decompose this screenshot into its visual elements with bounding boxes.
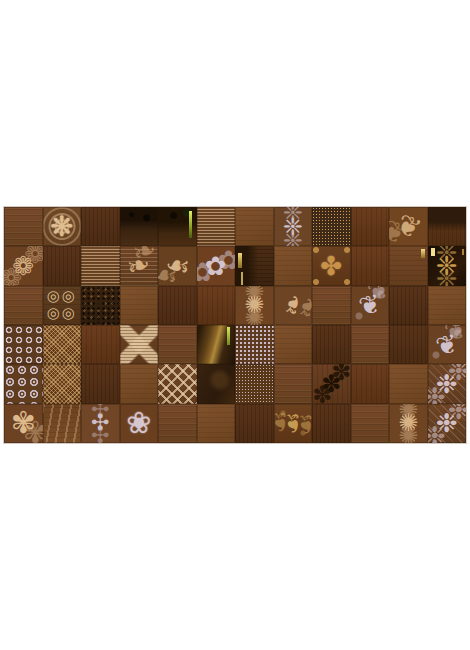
patch-cell-lilac-fine-dot-weave [235, 364, 274, 403]
patch-cell-lilac-vine-swirl: ❦ [351, 286, 390, 325]
lilac-vine-swirl-motif-icon: ❦ [356, 290, 383, 321]
patchwork-tile: ❋❈❦❁❧☙✿✤❈◎◎◎◎✺❧❦❦✽❉✾✣❀☙✺❉ [4, 207, 466, 443]
patch-cell-plain-wood-dark [158, 286, 197, 325]
patch-cell-beige-damask-large: ✾ [4, 404, 43, 443]
patch-cell-plain-wood-dark [312, 404, 351, 443]
patch-cell-gold-scroll-paisley: ☙ [274, 404, 313, 443]
patch-cell-plain-wood-light [274, 325, 313, 364]
patch-cell-plain-wood-medium [158, 325, 197, 364]
patch-cell-plain-wood-red [81, 325, 120, 364]
patch-cell-gold-clover-motif: ✤ [312, 246, 351, 285]
patch-cell-beige-pinstripe [81, 246, 120, 285]
patch-cell-plain-wood-medium [351, 325, 390, 364]
patch-cell-gold-damask-on-black: ❈ [428, 246, 467, 285]
patch-cell-wood-dark-top [428, 207, 467, 246]
lilac-flourish-damask-motif-icon: ❉ [436, 371, 458, 397]
dark-floral-branch-motif-icon: ✽ [321, 372, 341, 396]
patch-cell-beige-damask-rose: ❁ [4, 246, 43, 285]
patch-cell-dark-floral-branch: ✽ [312, 364, 351, 403]
patch-cell-antique-dark-mottled [120, 207, 159, 246]
patch-cell-beige-lace-diamond [158, 364, 197, 403]
lilac-vine-swirl-motif-icon: ❦ [433, 329, 460, 360]
patch-cell-lilac-damask-small: ✣ [81, 404, 120, 443]
patch-cell-lilac-damask-bold: ✿ [197, 246, 236, 285]
lilac-damask-large-motif-icon: ❀ [126, 408, 151, 438]
patch-cell-plain-wood-light [428, 286, 467, 325]
patch-cell-gold-dot-grid [312, 207, 351, 246]
patch-cell-beige-acanthus-flourish: ❧ [274, 286, 313, 325]
patch-cell-plain-wood-medium [274, 364, 313, 403]
beige-vine-swirl-motif-icon: ❦ [392, 209, 425, 244]
patch-cell-beige-damask-medallion: ✺ [235, 286, 274, 325]
patch-cell-dark-speckled-cork [81, 286, 120, 325]
patch-cell-plain-wood-dark [312, 325, 351, 364]
patch-cell-wood-distressed [43, 404, 82, 443]
patch-cell-antique-dark-gold-edge [235, 246, 274, 285]
patch-cell-plain-wood-dark [81, 364, 120, 403]
patch-cell-plain-wood-medium [351, 404, 390, 443]
patch-cell-lilac-spiral-rings [4, 364, 43, 403]
patch-cell-lilac-halftone-dots [235, 325, 274, 364]
patch-cell-beige-pinstripe [197, 207, 236, 246]
beige-damask-rose-motif-icon: ❁ [12, 253, 34, 279]
lilac-flourish-damask-motif-icon: ❉ [436, 410, 458, 436]
patch-cell-beige-lace-mandala: ❋ [43, 207, 82, 246]
patch-cell-lilac-vine-swirl: ❦ [428, 325, 467, 364]
beige-acanthus-flourish-motif-icon: ❧ [278, 292, 307, 318]
patch-cell-wood-gold-speck [389, 246, 428, 285]
patch-cell-plain-wood-red [351, 246, 390, 285]
gold-scroll-paisley-motif-icon: ☙ [279, 411, 307, 436]
patch-cell-plain-wood-dark [235, 404, 274, 443]
beige-damask-large-motif-icon: ✾ [11, 408, 36, 438]
patch-cell-plain-wood-light [197, 404, 236, 443]
lilac-damask-small-motif-icon: ✣ [91, 412, 109, 434]
patch-cell-plain-wood-red [197, 286, 236, 325]
patch-cell-plain-wood-light [120, 286, 159, 325]
patch-cell-beige-lace-cross [120, 325, 159, 364]
patch-cell-beige-vine-swirl: ❦ [389, 207, 428, 246]
patch-cell-lilac-flourish-damask: ❉ [428, 364, 467, 403]
patch-cell-gold-diagonal-weave [43, 325, 82, 364]
patch-cell-plain-wood-dark [389, 286, 428, 325]
patch-cell-beige-acanthus-leaves: ☙ [158, 246, 197, 285]
gold-clover-motif-motif-icon: ✤ [320, 253, 342, 279]
beige-acanthus-striped-motif-icon: ❧ [123, 249, 154, 283]
beige-damask-medallion-motif-icon: ✺ [244, 293, 264, 317]
patch-cell-gold-diagonal-weave [43, 364, 82, 403]
patch-cell-plain-wood-dark [43, 246, 82, 285]
patch-cell-plain-wood-medium [158, 404, 197, 443]
patch-cell-plain-wood-medium [4, 286, 43, 325]
patch-cell-antique-dark-plain [197, 364, 236, 403]
patch-cell-lilac-damask-large: ❀ [120, 404, 159, 443]
patch-cell-plain-wood-light [389, 364, 428, 403]
patch-cell-plain-wood-red [351, 364, 390, 403]
patch-cell-beige-acanthus-striped: ❧ [120, 246, 159, 285]
patch-cell-lilac-damask: ❈ [274, 207, 313, 246]
beige-damask-medallion-motif-icon: ✺ [398, 411, 418, 435]
lilac-damask-motif-icon: ❈ [283, 215, 303, 239]
patch-cell-antique-dark-green-streak [158, 207, 197, 246]
patch-cell-glossy-bronze-green-streak [197, 325, 236, 364]
patch-cell-plain-wood-red [351, 207, 390, 246]
patch-cell-plain-wood-medium [312, 286, 351, 325]
patch-cell-plain-wood-light [274, 246, 313, 285]
patch-cell-beige-bullseye-rings: ◎◎◎◎ [43, 286, 82, 325]
patch-cell-lilac-eyelet-rings [4, 325, 43, 364]
patch-cell-plain-wood-dark [81, 207, 120, 246]
beige-bullseye-rings-motif-icon: ◎◎◎◎ [44, 288, 80, 322]
patch-cell-plain-wood-dark [389, 325, 428, 364]
beige-lace-mandala-motif-icon: ❋ [50, 213, 73, 241]
gold-damask-on-black-motif-icon: ❈ [436, 253, 458, 279]
lilac-damask-bold-motif-icon: ✿ [205, 253, 227, 279]
product-photo-background: ❋❈❦❁❧☙✿✤❈◎◎◎◎✺❧❦❦✽❉✾✣❀☙✺❉ [0, 0, 470, 650]
patch-cell-plain-wood-light [120, 364, 159, 403]
beige-acanthus-leaves-motif-icon: ☙ [162, 250, 192, 283]
patch-cell-lilac-flourish-damask: ❉ [428, 404, 467, 443]
patch-cell-plain-wood-light [235, 207, 274, 246]
patch-cell-beige-damask-medallion: ✺ [389, 404, 428, 443]
patch-cell-plain-wood-medium [4, 207, 43, 246]
